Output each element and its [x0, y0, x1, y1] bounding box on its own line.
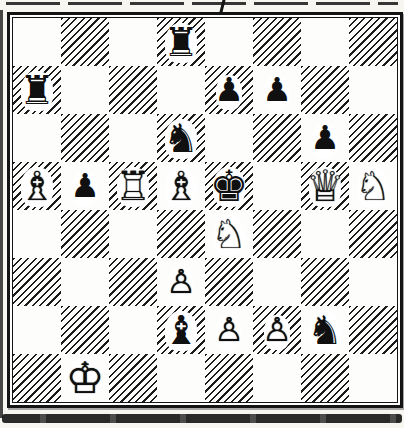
- chess-board-inner-border: ♜♜♟♟♞♟♗♟♖♗♚♕♘♘♙♝♙♙♞♔: [12, 17, 398, 403]
- square-e8[interactable]: [205, 18, 253, 66]
- square-c3[interactable]: [109, 258, 157, 306]
- black-pawn-g6[interactable]: ♟: [301, 114, 349, 162]
- black-bishop-d2[interactable]: ♝: [157, 306, 205, 354]
- square-d2[interactable]: ♝: [157, 306, 205, 354]
- square-g3[interactable]: [301, 258, 349, 306]
- white-bishop-a5[interactable]: ♗: [13, 162, 61, 210]
- square-d4[interactable]: [157, 210, 205, 258]
- square-b7[interactable]: [61, 66, 109, 114]
- square-e2[interactable]: ♙: [205, 306, 253, 354]
- black-pawn-f7[interactable]: ♟: [253, 66, 301, 114]
- print-artifact-bottom-smudge: [2, 414, 402, 423]
- square-f5[interactable]: [253, 162, 301, 210]
- square-b1[interactable]: ♔: [61, 354, 109, 402]
- black-rook-d8[interactable]: ♜: [157, 18, 205, 66]
- square-h7[interactable]: [349, 66, 397, 114]
- square-f6[interactable]: [253, 114, 301, 162]
- square-a4[interactable]: [13, 210, 61, 258]
- square-g6[interactable]: ♟: [301, 114, 349, 162]
- black-pawn-e7[interactable]: ♟: [205, 66, 253, 114]
- square-g1[interactable]: [301, 354, 349, 402]
- black-king-e5[interactable]: ♚: [205, 162, 253, 210]
- square-d3[interactable]: ♙: [157, 258, 205, 306]
- square-a8[interactable]: [13, 18, 61, 66]
- scanned-newspaper-page: { "game": "chess", "diagram_style": "vin…: [0, 0, 404, 428]
- square-c7[interactable]: [109, 66, 157, 114]
- square-b8[interactable]: [61, 18, 109, 66]
- white-knight-h5[interactable]: ♘: [349, 162, 397, 210]
- square-e7[interactable]: ♟: [205, 66, 253, 114]
- square-b5[interactable]: ♟: [61, 162, 109, 210]
- white-knight-e4[interactable]: ♘: [205, 210, 253, 258]
- print-artifact-top-rule: [6, 2, 398, 5]
- square-a5[interactable]: ♗: [13, 162, 61, 210]
- square-a3[interactable]: [13, 258, 61, 306]
- square-e3[interactable]: [205, 258, 253, 306]
- square-h6[interactable]: [349, 114, 397, 162]
- square-d6[interactable]: ♞: [157, 114, 205, 162]
- square-c1[interactable]: [109, 354, 157, 402]
- white-pawn-e2[interactable]: ♙: [205, 306, 253, 354]
- square-b4[interactable]: [61, 210, 109, 258]
- square-g7[interactable]: [301, 66, 349, 114]
- square-d1[interactable]: [157, 354, 205, 402]
- square-h2[interactable]: [349, 306, 397, 354]
- square-f7[interactable]: ♟: [253, 66, 301, 114]
- square-f4[interactable]: [253, 210, 301, 258]
- square-c2[interactable]: [109, 306, 157, 354]
- square-g5[interactable]: ♕: [301, 162, 349, 210]
- square-d7[interactable]: [157, 66, 205, 114]
- white-queen-g5[interactable]: ♕: [301, 162, 349, 210]
- square-h8[interactable]: [349, 18, 397, 66]
- square-d5[interactable]: ♗: [157, 162, 205, 210]
- square-f3[interactable]: [253, 258, 301, 306]
- square-h1[interactable]: [349, 354, 397, 402]
- black-knight-d6[interactable]: ♞: [157, 114, 205, 162]
- square-g4[interactable]: [301, 210, 349, 258]
- print-artifact-left-edge: [0, 10, 3, 418]
- square-h3[interactable]: [349, 258, 397, 306]
- square-f8[interactable]: [253, 18, 301, 66]
- black-pawn-b5[interactable]: ♟: [61, 162, 109, 210]
- square-h4[interactable]: [349, 210, 397, 258]
- white-bishop-d5[interactable]: ♗: [157, 162, 205, 210]
- square-h5[interactable]: ♘: [349, 162, 397, 210]
- square-c4[interactable]: [109, 210, 157, 258]
- square-d8[interactable]: ♜: [157, 18, 205, 66]
- square-b3[interactable]: [61, 258, 109, 306]
- square-a6[interactable]: [13, 114, 61, 162]
- square-e5[interactable]: ♚: [205, 162, 253, 210]
- black-rook-a7[interactable]: ♜: [13, 66, 61, 114]
- chess-board-frame: ♜♜♟♟♞♟♗♟♖♗♚♕♘♘♙♝♙♙♞♔: [7, 12, 403, 408]
- square-e6[interactable]: [205, 114, 253, 162]
- white-pawn-d3[interactable]: ♙: [157, 258, 205, 306]
- square-a7[interactable]: ♜: [13, 66, 61, 114]
- square-g2[interactable]: ♞: [301, 306, 349, 354]
- square-c8[interactable]: [109, 18, 157, 66]
- square-c5[interactable]: ♖: [109, 162, 157, 210]
- square-c6[interactable]: [109, 114, 157, 162]
- board-grid: ♜♜♟♟♞♟♗♟♖♗♚♕♘♘♙♝♙♙♞♔: [13, 18, 397, 402]
- square-f2[interactable]: ♙: [253, 306, 301, 354]
- white-king-b1[interactable]: ♔: [61, 354, 109, 402]
- square-a1[interactable]: [13, 354, 61, 402]
- white-rook-c5[interactable]: ♖: [109, 162, 157, 210]
- square-e4[interactable]: ♘: [205, 210, 253, 258]
- square-g8[interactable]: [301, 18, 349, 66]
- square-a2[interactable]: [13, 306, 61, 354]
- black-knight-g2[interactable]: ♞: [301, 306, 349, 354]
- square-f1[interactable]: [253, 354, 301, 402]
- white-pawn-f2[interactable]: ♙: [253, 306, 301, 354]
- square-b2[interactable]: [61, 306, 109, 354]
- square-b6[interactable]: [61, 114, 109, 162]
- square-e1[interactable]: [205, 354, 253, 402]
